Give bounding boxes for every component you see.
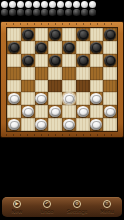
new-button[interactable]: ▶New (2, 197, 32, 217)
square-13[interactable] (7, 67, 21, 80)
tray-black-pieces (1, 8, 97, 16)
square-9[interactable] (21, 54, 35, 67)
square-31[interactable] (62, 118, 76, 131)
toolbar-button-label: Menu (100, 208, 114, 214)
square-light-r8c2 (21, 118, 35, 131)
square-6[interactable] (35, 41, 49, 54)
black-piece-sq4[interactable] (104, 29, 116, 40)
square-23[interactable] (62, 92, 76, 105)
square-2[interactable] (48, 28, 62, 41)
square-light-r1c7 (90, 28, 104, 41)
tray-black-piece (9, 9, 16, 16)
white-piece-sq25[interactable] (22, 106, 34, 117)
square-light-r6c8 (103, 92, 117, 105)
tray-black-piece (41, 9, 48, 16)
square-light-r7c5 (62, 105, 76, 118)
tray-white-piece (9, 1, 16, 8)
white-piece-sq24[interactable] (90, 93, 102, 104)
board-frame (0, 21, 124, 138)
tray-black-piece (17, 9, 24, 16)
black-piece-sq2[interactable] (49, 29, 61, 40)
black-piece-sq10[interactable] (49, 55, 61, 66)
tray-white-pieces (1, 0, 97, 8)
square-11[interactable] (76, 54, 90, 67)
square-light-r4c6 (76, 67, 90, 80)
square-light-r5c7 (90, 80, 104, 93)
black-piece-sq1[interactable] (22, 29, 34, 40)
black-piece-sq6[interactable] (35, 42, 47, 53)
toolbar-button-label: New (12, 208, 23, 214)
tray-black-piece (89, 9, 96, 16)
black-piece-sq11[interactable] (77, 55, 89, 66)
black-piece-sq12[interactable] (104, 55, 116, 66)
menu-icon: ≡ (103, 200, 111, 208)
square-light-r2c4 (48, 41, 62, 54)
square-22[interactable] (35, 92, 49, 105)
square-light-r7c7 (90, 105, 104, 118)
square-16[interactable] (90, 67, 104, 80)
square-light-r5c5 (62, 80, 76, 93)
square-12[interactable] (103, 54, 117, 67)
square-light-r1c3 (35, 28, 49, 41)
square-light-r6c6 (76, 92, 90, 105)
undo-button[interactable]: ↶Undo (32, 197, 62, 217)
square-light-r8c6 (76, 118, 90, 131)
square-29[interactable] (7, 118, 21, 131)
white-piece-sq29[interactable] (8, 119, 20, 130)
tray-white-piece (25, 1, 32, 8)
tray-white-piece (1, 1, 8, 8)
square-light-r4c2 (21, 67, 35, 80)
square-21[interactable] (7, 92, 21, 105)
square-light-r6c4 (48, 92, 62, 105)
square-5[interactable] (7, 41, 21, 54)
square-light-r2c2 (21, 41, 35, 54)
tray-white-piece (73, 1, 80, 8)
undo-icon: ↶ (43, 200, 51, 208)
white-piece-sq27[interactable] (77, 106, 89, 117)
toolbar: ▶New↶Undo⚙Settings≡Menu (2, 197, 122, 217)
play-icon: ▶ (13, 200, 21, 208)
square-light-r3c7 (90, 54, 104, 67)
black-piece-sq7[interactable] (63, 42, 75, 53)
square-25[interactable] (21, 105, 35, 118)
square-15[interactable] (62, 67, 76, 80)
square-27[interactable] (76, 105, 90, 118)
tray-black-piece (25, 9, 32, 16)
black-piece-sq9[interactable] (22, 55, 34, 66)
tray-white-piece (65, 1, 72, 8)
tray-black-piece (81, 9, 88, 16)
square-light-r8c8 (103, 118, 117, 131)
white-piece-sq28[interactable] (104, 106, 116, 117)
tray-black-piece (49, 9, 56, 16)
tray-black-piece (57, 9, 64, 16)
square-light-r1c1 (7, 28, 21, 41)
square-light-r5c3 (35, 80, 49, 93)
square-light-r2c8 (103, 41, 117, 54)
square-24[interactable] (90, 92, 104, 105)
white-piece-sq23[interactable] (63, 93, 75, 104)
tray-black-piece (1, 9, 8, 16)
tray-white-piece (41, 1, 48, 8)
square-7[interactable] (62, 41, 76, 54)
white-piece-sq30[interactable] (35, 119, 47, 130)
toolbar-button-label: Settings (67, 208, 88, 214)
square-light-r4c4 (48, 67, 62, 80)
square-light-r3c3 (35, 54, 49, 67)
square-26[interactable] (48, 105, 62, 118)
tray-white-piece (89, 1, 96, 8)
white-piece-sq26[interactable] (49, 106, 61, 117)
square-light-r6c2 (21, 92, 35, 105)
square-19[interactable] (76, 80, 90, 93)
tray-black-piece (33, 9, 40, 16)
tray-white-piece (81, 1, 88, 8)
black-piece-sq3[interactable] (77, 29, 89, 40)
tray-black-piece (73, 9, 80, 16)
white-piece-sq31[interactable] (63, 119, 75, 130)
square-light-r8c4 (48, 118, 62, 131)
black-piece-sq5[interactable] (8, 42, 20, 53)
tray-black-piece (65, 9, 72, 16)
white-piece-sq32[interactable] (90, 119, 102, 130)
toolbar-button-label: Undo (40, 208, 53, 214)
square-17[interactable] (21, 80, 35, 93)
tray-white-piece (49, 1, 56, 8)
checkers-board (6, 27, 118, 132)
black-piece-sq8[interactable] (90, 42, 102, 53)
square-light-r7c3 (35, 105, 49, 118)
square-1[interactable] (21, 28, 35, 41)
square-light-r4c8 (103, 67, 117, 80)
tray-white-piece (57, 1, 64, 8)
checkers-app-screen: ▶New↶Undo⚙Settings≡Menu (0, 0, 124, 220)
tray-white-piece (33, 1, 40, 8)
square-light-r3c1 (7, 54, 21, 67)
square-light-r7c1 (7, 105, 21, 118)
square-light-r1c5 (62, 28, 76, 41)
square-light-r3c5 (62, 54, 76, 67)
square-14[interactable] (35, 67, 49, 80)
square-4[interactable] (103, 28, 117, 41)
square-32[interactable] (90, 118, 104, 131)
square-18[interactable] (48, 80, 62, 93)
square-10[interactable] (48, 54, 62, 67)
square-light-r5c1 (7, 80, 21, 93)
square-30[interactable] (35, 118, 49, 131)
settings-icon: ⚙ (73, 200, 81, 208)
menu-button[interactable]: ≡Menu (92, 197, 122, 217)
tray-white-piece (17, 1, 24, 8)
square-28[interactable] (103, 105, 117, 118)
white-piece-sq21[interactable] (8, 93, 20, 104)
square-8[interactable] (90, 41, 104, 54)
settings-button[interactable]: ⚙Settings (62, 197, 92, 217)
square-20[interactable] (103, 80, 117, 93)
square-3[interactable] (76, 28, 90, 41)
white-piece-sq22[interactable] (35, 93, 47, 104)
square-light-r2c6 (76, 41, 90, 54)
